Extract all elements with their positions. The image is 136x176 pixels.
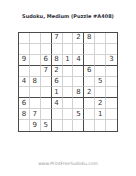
sudoku-cell-r9c5[interactable]	[63, 120, 74, 131]
sudoku-cell-r6c5[interactable]	[63, 87, 74, 98]
sudoku-cell-r8c7[interactable]	[84, 109, 95, 120]
sudoku-cell-r8c1[interactable]: 8	[19, 109, 30, 120]
sudoku-cell-r5c9[interactable]	[106, 77, 117, 88]
sudoku-cell-r7c8[interactable]: 2	[95, 98, 106, 109]
sudoku-cell-r3c1[interactable]: 9	[19, 55, 30, 66]
sudoku-cell-r1c4[interactable]: 7	[52, 33, 63, 44]
sudoku-cell-r7c9[interactable]	[106, 98, 117, 109]
sudoku-cell-r1c6[interactable]: 2	[73, 33, 84, 44]
sudoku-cell-r9c7[interactable]	[84, 120, 95, 131]
sudoku-cell-r5c4[interactable]: 6	[52, 77, 63, 88]
sudoku-cell-r3c9[interactable]: 3	[106, 55, 117, 66]
sudoku-cell-r4c4[interactable]: 2	[52, 66, 63, 77]
page-title: Sudoku, Medium (Puzzle #A408)	[0, 13, 136, 19]
sudoku-cell-r8c4[interactable]	[52, 109, 63, 120]
sudoku-cell-r2c3[interactable]	[41, 44, 52, 55]
sudoku-cell-r1c7[interactable]: 8	[84, 33, 95, 44]
sudoku-cell-r5c7[interactable]	[84, 77, 95, 88]
sudoku-cell-r8c6[interactable]: 5	[73, 109, 84, 120]
sudoku-cell-r3c2[interactable]	[30, 55, 41, 66]
sudoku-cell-r6c3[interactable]	[41, 87, 52, 98]
sudoku-cell-r9c1[interactable]	[19, 120, 30, 131]
sudoku-cell-r4c7[interactable]: 6	[84, 66, 95, 77]
sudoku-cell-r7c7[interactable]	[84, 98, 95, 109]
sudoku-cell-r3c8[interactable]	[95, 55, 106, 66]
sudoku-cell-r6c7[interactable]: 2	[84, 87, 95, 98]
sudoku-cell-r3c4[interactable]: 8	[52, 55, 63, 66]
sudoku-cell-r5c2[interactable]: 8	[30, 77, 41, 88]
sudoku-cell-r6c4[interactable]: 1	[52, 87, 63, 98]
sudoku-cell-r4c6[interactable]	[73, 66, 84, 77]
sudoku-cell-r7c5[interactable]	[63, 98, 74, 109]
sudoku-cell-r2c4[interactable]	[52, 44, 63, 55]
sudoku-cell-r5c6[interactable]	[73, 77, 84, 88]
sudoku-cell-r6c6[interactable]: 8	[73, 87, 84, 98]
sudoku-cell-r9c3[interactable]: 5	[41, 120, 52, 131]
sudoku-cell-r5c5[interactable]	[63, 77, 74, 88]
sudoku-cell-r1c5[interactable]	[63, 33, 74, 44]
sudoku-cell-r9c6[interactable]	[73, 120, 84, 131]
sudoku-cell-r4c2[interactable]	[30, 66, 41, 77]
sudoku-cell-r7c2[interactable]	[30, 98, 41, 109]
sudoku-cell-r2c9[interactable]	[106, 44, 117, 55]
sudoku-cell-r3c3[interactable]: 6	[41, 55, 52, 66]
sudoku-cell-r4c3[interactable]: 7	[41, 66, 52, 77]
sudoku-cell-r7c6[interactable]	[73, 98, 84, 109]
sudoku-cell-r4c8[interactable]	[95, 66, 106, 77]
sudoku-cell-r6c9[interactable]	[106, 87, 117, 98]
sudoku-cell-r5c3[interactable]	[41, 77, 52, 88]
sudoku-cell-r4c1[interactable]	[19, 66, 30, 77]
sudoku-cell-r7c3[interactable]	[41, 98, 52, 109]
sudoku-cell-r5c8[interactable]: 5	[95, 77, 106, 88]
sudoku-cell-r1c2[interactable]	[30, 33, 41, 44]
sudoku-cell-r2c2[interactable]	[30, 44, 41, 55]
sudoku-cell-r6c1[interactable]	[19, 87, 30, 98]
sudoku-cell-r6c2[interactable]	[30, 87, 41, 98]
sudoku-grid: 7289681437264865182642875195	[18, 32, 118, 132]
sudoku-cell-r1c3[interactable]	[41, 33, 52, 44]
sudoku-cell-r3c7[interactable]	[84, 55, 95, 66]
sudoku-cell-r1c8[interactable]	[95, 33, 106, 44]
sudoku-cell-r2c7[interactable]	[84, 44, 95, 55]
sudoku-cell-r8c3[interactable]	[41, 109, 52, 120]
sudoku-cell-r8c9[interactable]	[106, 109, 117, 120]
sudoku-cell-r8c5[interactable]	[63, 109, 74, 120]
sudoku-cell-r2c8[interactable]	[95, 44, 106, 55]
sudoku-cell-r9c9[interactable]	[106, 120, 117, 131]
sudoku-cell-r1c1[interactable]	[19, 33, 30, 44]
sudoku-cell-r2c6[interactable]	[73, 44, 84, 55]
sudoku-cell-r7c1[interactable]: 6	[19, 98, 30, 109]
sudoku-cell-r2c5[interactable]	[63, 44, 74, 55]
sudoku-cell-r9c8[interactable]	[95, 120, 106, 131]
sudoku-cell-r8c2[interactable]: 7	[30, 109, 41, 120]
sudoku-cell-r3c6[interactable]: 4	[73, 55, 84, 66]
sudoku-cell-r5c1[interactable]: 4	[19, 77, 30, 88]
sudoku-cell-r3c5[interactable]: 1	[63, 55, 74, 66]
sudoku-cell-r4c9[interactable]	[106, 66, 117, 77]
sudoku-cell-r4c5[interactable]	[63, 66, 74, 77]
sudoku-cell-r9c4[interactable]	[52, 120, 63, 131]
sudoku-cell-r6c8[interactable]	[95, 87, 106, 98]
sudoku-cell-r2c1[interactable]	[19, 44, 30, 55]
sudoku-cell-r1c9[interactable]	[106, 33, 117, 44]
sudoku-cell-r8c8[interactable]: 1	[95, 109, 106, 120]
sudoku-cell-r9c2[interactable]: 9	[30, 120, 41, 131]
footer-url: www.PrintFreeSudoku.com	[0, 161, 136, 166]
sudoku-cell-r7c4[interactable]: 4	[52, 98, 63, 109]
